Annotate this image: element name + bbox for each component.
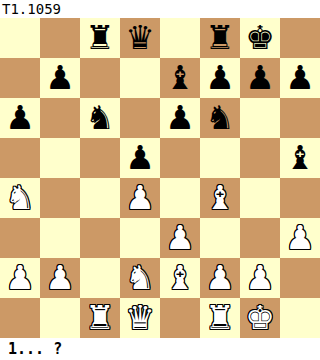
- square-b3[interactable]: [40, 218, 80, 258]
- black-pawn: ♟: [245, 58, 275, 98]
- black-pawn: ♟: [5, 98, 35, 138]
- square-b2[interactable]: ♟: [40, 258, 80, 298]
- white-queen: ♛: [125, 298, 155, 338]
- square-d7[interactable]: [120, 58, 160, 98]
- black-bishop: ♝: [285, 138, 315, 178]
- square-h3[interactable]: ♟: [280, 218, 320, 258]
- square-e1[interactable]: [160, 298, 200, 338]
- black-bishop: ♝: [165, 58, 195, 98]
- square-h5[interactable]: ♝: [280, 138, 320, 178]
- square-f6[interactable]: ♞: [200, 98, 240, 138]
- white-rook: ♜: [205, 298, 235, 338]
- square-b1[interactable]: [40, 298, 80, 338]
- square-d5[interactable]: ♟: [120, 138, 160, 178]
- square-f1[interactable]: ♜: [200, 298, 240, 338]
- square-d8[interactable]: ♛: [120, 18, 160, 58]
- square-f2[interactable]: ♟: [200, 258, 240, 298]
- white-bishop: ♝: [165, 258, 195, 298]
- square-a5[interactable]: [0, 138, 40, 178]
- white-rook: ♜: [85, 298, 115, 338]
- chess-board: ♜♛♜♚♟♝♟♟♟♟♞♟♞♟♝♞♟♝♟♟♟♟♞♝♟♟♜♛♜♚: [0, 18, 320, 338]
- square-h2[interactable]: [280, 258, 320, 298]
- black-king: ♚: [245, 18, 275, 58]
- square-h4[interactable]: [280, 178, 320, 218]
- square-b7[interactable]: ♟: [40, 58, 80, 98]
- square-c6[interactable]: ♞: [80, 98, 120, 138]
- square-g2[interactable]: ♟: [240, 258, 280, 298]
- square-g7[interactable]: ♟: [240, 58, 280, 98]
- square-h1[interactable]: [280, 298, 320, 338]
- square-a1[interactable]: [0, 298, 40, 338]
- white-knight: ♞: [125, 258, 155, 298]
- square-f8[interactable]: ♜: [200, 18, 240, 58]
- square-b4[interactable]: [40, 178, 80, 218]
- black-rook: ♜: [85, 18, 115, 58]
- square-f7[interactable]: ♟: [200, 58, 240, 98]
- black-pawn: ♟: [165, 98, 195, 138]
- white-pawn: ♟: [125, 178, 155, 218]
- square-b6[interactable]: [40, 98, 80, 138]
- square-a2[interactable]: ♟: [0, 258, 40, 298]
- square-c2[interactable]: [80, 258, 120, 298]
- black-pawn: ♟: [205, 58, 235, 98]
- square-f3[interactable]: [200, 218, 240, 258]
- square-f4[interactable]: ♝: [200, 178, 240, 218]
- square-d3[interactable]: [120, 218, 160, 258]
- black-knight: ♞: [85, 98, 115, 138]
- square-h7[interactable]: ♟: [280, 58, 320, 98]
- square-c1[interactable]: ♜: [80, 298, 120, 338]
- black-pawn: ♟: [125, 138, 155, 178]
- move-prompt: 1... ?: [0, 338, 320, 360]
- square-g4[interactable]: [240, 178, 280, 218]
- black-pawn: ♟: [285, 58, 315, 98]
- square-h8[interactable]: [280, 18, 320, 58]
- black-pawn: ♟: [45, 58, 75, 98]
- square-e5[interactable]: [160, 138, 200, 178]
- square-h6[interactable]: [280, 98, 320, 138]
- white-knight: ♞: [5, 178, 35, 218]
- square-e2[interactable]: ♝: [160, 258, 200, 298]
- square-e7[interactable]: ♝: [160, 58, 200, 98]
- square-a3[interactable]: [0, 218, 40, 258]
- square-a6[interactable]: ♟: [0, 98, 40, 138]
- square-e3[interactable]: ♟: [160, 218, 200, 258]
- white-pawn: ♟: [165, 218, 195, 258]
- black-queen: ♛: [125, 18, 155, 58]
- black-knight: ♞: [205, 98, 235, 138]
- white-pawn: ♟: [285, 218, 315, 258]
- square-g6[interactable]: [240, 98, 280, 138]
- square-d1[interactable]: ♛: [120, 298, 160, 338]
- square-d4[interactable]: ♟: [120, 178, 160, 218]
- white-pawn: ♟: [45, 258, 75, 298]
- black-rook: ♜: [205, 18, 235, 58]
- white-pawn: ♟: [205, 258, 235, 298]
- square-c5[interactable]: [80, 138, 120, 178]
- square-g8[interactable]: ♚: [240, 18, 280, 58]
- square-e6[interactable]: ♟: [160, 98, 200, 138]
- puzzle-title: T1.1059: [0, 0, 320, 18]
- square-f5[interactable]: [200, 138, 240, 178]
- square-e4[interactable]: [160, 178, 200, 218]
- square-d6[interactable]: [120, 98, 160, 138]
- square-a4[interactable]: ♞: [0, 178, 40, 218]
- square-g1[interactable]: ♚: [240, 298, 280, 338]
- chess-trainer-window: T1.1059 ♜♛♜♚♟♝♟♟♟♟♞♟♞♟♝♞♟♝♟♟♟♟♞♝♟♟♜♛♜♚ 1…: [0, 0, 320, 360]
- square-a7[interactable]: [0, 58, 40, 98]
- white-bishop: ♝: [205, 178, 235, 218]
- square-c4[interactable]: [80, 178, 120, 218]
- square-d2[interactable]: ♞: [120, 258, 160, 298]
- square-c3[interactable]: [80, 218, 120, 258]
- white-pawn: ♟: [5, 258, 35, 298]
- white-king: ♚: [245, 298, 275, 338]
- square-c8[interactable]: ♜: [80, 18, 120, 58]
- square-c7[interactable]: [80, 58, 120, 98]
- square-b8[interactable]: [40, 18, 80, 58]
- square-b5[interactable]: [40, 138, 80, 178]
- white-pawn: ♟: [245, 258, 275, 298]
- square-g5[interactable]: [240, 138, 280, 178]
- square-a8[interactable]: [0, 18, 40, 58]
- square-e8[interactable]: [160, 18, 200, 58]
- square-g3[interactable]: [240, 218, 280, 258]
